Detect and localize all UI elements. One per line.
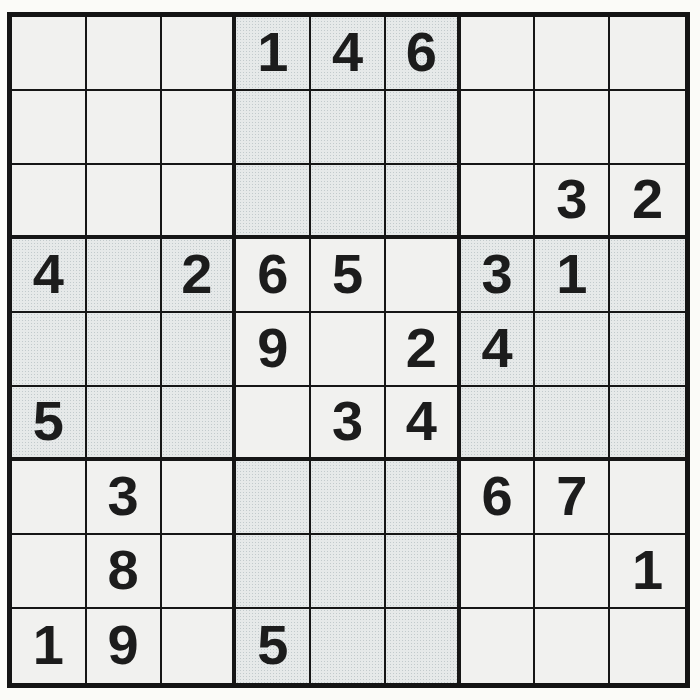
cell-r8c5[interactable] (311, 535, 386, 609)
cell-r4c9[interactable] (610, 239, 685, 313)
cell-r3c4[interactable] (236, 165, 311, 239)
cell-r6c3[interactable] (162, 387, 237, 461)
cell-r3c5[interactable] (311, 165, 386, 239)
cell-r9c2[interactable]: 9 (87, 609, 162, 683)
given-digit: 1 (257, 24, 288, 80)
cell-r1c1[interactable] (12, 17, 87, 91)
cell-r5c9[interactable] (610, 313, 685, 387)
cell-r9c4[interactable]: 5 (236, 609, 311, 683)
cell-r1c6[interactable]: 6 (386, 17, 461, 91)
given-digit: 2 (406, 320, 437, 376)
cell-r7c2[interactable]: 3 (87, 461, 162, 535)
cell-r8c1[interactable] (12, 535, 87, 609)
cell-r8c2[interactable]: 8 (87, 535, 162, 609)
cell-r6c2[interactable] (87, 387, 162, 461)
cell-r6c7[interactable] (461, 387, 536, 461)
cell-r7c8[interactable]: 7 (535, 461, 610, 535)
given-digit: 1 (632, 542, 663, 598)
cell-r1c5[interactable]: 4 (311, 17, 386, 91)
given-digit: 4 (406, 393, 437, 449)
cell-r9c1[interactable]: 1 (12, 609, 87, 683)
given-digit: 9 (257, 320, 288, 376)
cell-r7c6[interactable] (386, 461, 461, 535)
cell-r6c1[interactable]: 5 (12, 387, 87, 461)
cell-r3c6[interactable] (386, 165, 461, 239)
cell-r7c7[interactable]: 6 (461, 461, 536, 535)
given-digit: 5 (33, 393, 64, 449)
cell-r6c8[interactable] (535, 387, 610, 461)
cell-r2c3[interactable] (162, 91, 237, 165)
cell-r3c2[interactable] (87, 165, 162, 239)
given-digit: 4 (33, 246, 64, 302)
cell-r8c3[interactable] (162, 535, 237, 609)
given-digit: 1 (556, 246, 587, 302)
given-digit: 3 (556, 171, 587, 227)
given-digit: 5 (257, 617, 288, 673)
cell-r1c2[interactable] (87, 17, 162, 91)
cell-r4c1[interactable]: 4 (12, 239, 87, 313)
given-digit: 1 (33, 617, 64, 673)
given-digit: 4 (332, 24, 363, 80)
cell-r5c3[interactable] (162, 313, 237, 387)
cell-r6c4[interactable] (236, 387, 311, 461)
given-digit: 6 (406, 24, 437, 80)
cell-r5c6[interactable]: 2 (386, 313, 461, 387)
cell-r4c2[interactable] (87, 239, 162, 313)
given-digit: 3 (332, 393, 363, 449)
cell-r9c8[interactable] (535, 609, 610, 683)
cell-r2c6[interactable] (386, 91, 461, 165)
cell-r1c7[interactable] (461, 17, 536, 91)
given-digit: 9 (108, 617, 139, 673)
cell-r7c9[interactable] (610, 461, 685, 535)
cell-r2c8[interactable] (535, 91, 610, 165)
given-digit: 2 (632, 171, 663, 227)
cell-r2c4[interactable] (236, 91, 311, 165)
cell-r4c5[interactable]: 5 (311, 239, 386, 313)
cell-r8c6[interactable] (386, 535, 461, 609)
cell-r8c8[interactable] (535, 535, 610, 609)
cell-r6c9[interactable] (610, 387, 685, 461)
given-digit: 5 (332, 246, 363, 302)
cell-r2c1[interactable] (12, 91, 87, 165)
cell-r5c2[interactable] (87, 313, 162, 387)
cell-r3c7[interactable] (461, 165, 536, 239)
cell-r1c3[interactable] (162, 17, 237, 91)
cell-r9c3[interactable] (162, 609, 237, 683)
cell-r9c7[interactable] (461, 609, 536, 683)
cell-r8c4[interactable] (236, 535, 311, 609)
cell-r6c5[interactable]: 3 (311, 387, 386, 461)
cell-r4c3[interactable]: 2 (162, 239, 237, 313)
given-digit: 2 (181, 246, 212, 302)
given-digit: 3 (481, 246, 512, 302)
cell-r4c7[interactable]: 3 (461, 239, 536, 313)
cell-r9c5[interactable] (311, 609, 386, 683)
cell-r7c3[interactable] (162, 461, 237, 535)
cell-r9c6[interactable] (386, 609, 461, 683)
given-digit: 4 (481, 320, 512, 376)
given-digit: 8 (108, 542, 139, 598)
cell-r1c9[interactable] (610, 17, 685, 91)
cell-r3c8[interactable]: 3 (535, 165, 610, 239)
sudoku-board: 1463242653192453436781195 (7, 12, 690, 688)
cell-r3c3[interactable] (162, 165, 237, 239)
given-digit: 6 (257, 246, 288, 302)
cell-r5c1[interactable] (12, 313, 87, 387)
cell-r2c2[interactable] (87, 91, 162, 165)
cell-r4c8[interactable]: 1 (535, 239, 610, 313)
cell-r4c6[interactable] (386, 239, 461, 313)
cell-r7c1[interactable] (12, 461, 87, 535)
cell-r6c6[interactable]: 4 (386, 387, 461, 461)
given-digit: 3 (108, 468, 139, 524)
cell-r3c1[interactable] (12, 165, 87, 239)
cell-r9c9[interactable] (610, 609, 685, 683)
cell-r2c7[interactable] (461, 91, 536, 165)
cell-r7c5[interactable] (311, 461, 386, 535)
cell-r4c4[interactable]: 6 (236, 239, 311, 313)
cell-r2c9[interactable] (610, 91, 685, 165)
cell-r5c8[interactable] (535, 313, 610, 387)
cell-r5c5[interactable] (311, 313, 386, 387)
cell-r1c8[interactable] (535, 17, 610, 91)
cell-r3c9[interactable]: 2 (610, 165, 685, 239)
given-digit: 6 (481, 468, 512, 524)
cell-r5c7[interactable]: 4 (461, 313, 536, 387)
cell-r5c4[interactable]: 9 (236, 313, 311, 387)
cell-r7c4[interactable] (236, 461, 311, 535)
cell-r8c7[interactable] (461, 535, 536, 609)
cell-r8c9[interactable]: 1 (610, 535, 685, 609)
given-digit: 7 (556, 468, 587, 524)
cell-r2c5[interactable] (311, 91, 386, 165)
cell-r1c4[interactable]: 1 (236, 17, 311, 91)
